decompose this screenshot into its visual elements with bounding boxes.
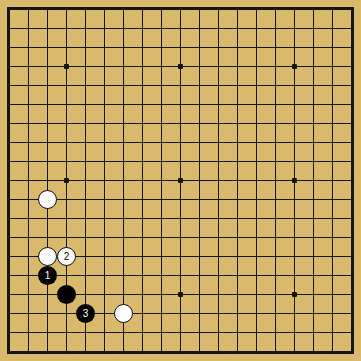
stone-move-number: 2: [64, 247, 70, 266]
stone-move-number: 1: [45, 266, 51, 285]
stone-black-c5[interactable]: 1: [38, 266, 57, 285]
stone-move-number: 3: [83, 304, 89, 323]
stone-white-d6[interactable]: 2: [57, 247, 76, 266]
stone-black-d4[interactable]: [57, 285, 76, 304]
stone-white-c6[interactable]: [38, 247, 57, 266]
go-board[interactable]: 213: [0, 0, 361, 361]
stone-white-c9[interactable]: [38, 190, 57, 209]
stone-white-g3[interactable]: [114, 304, 133, 323]
stone-black-e3[interactable]: 3: [76, 304, 95, 323]
stones-layer: 213: [0, 0, 361, 361]
